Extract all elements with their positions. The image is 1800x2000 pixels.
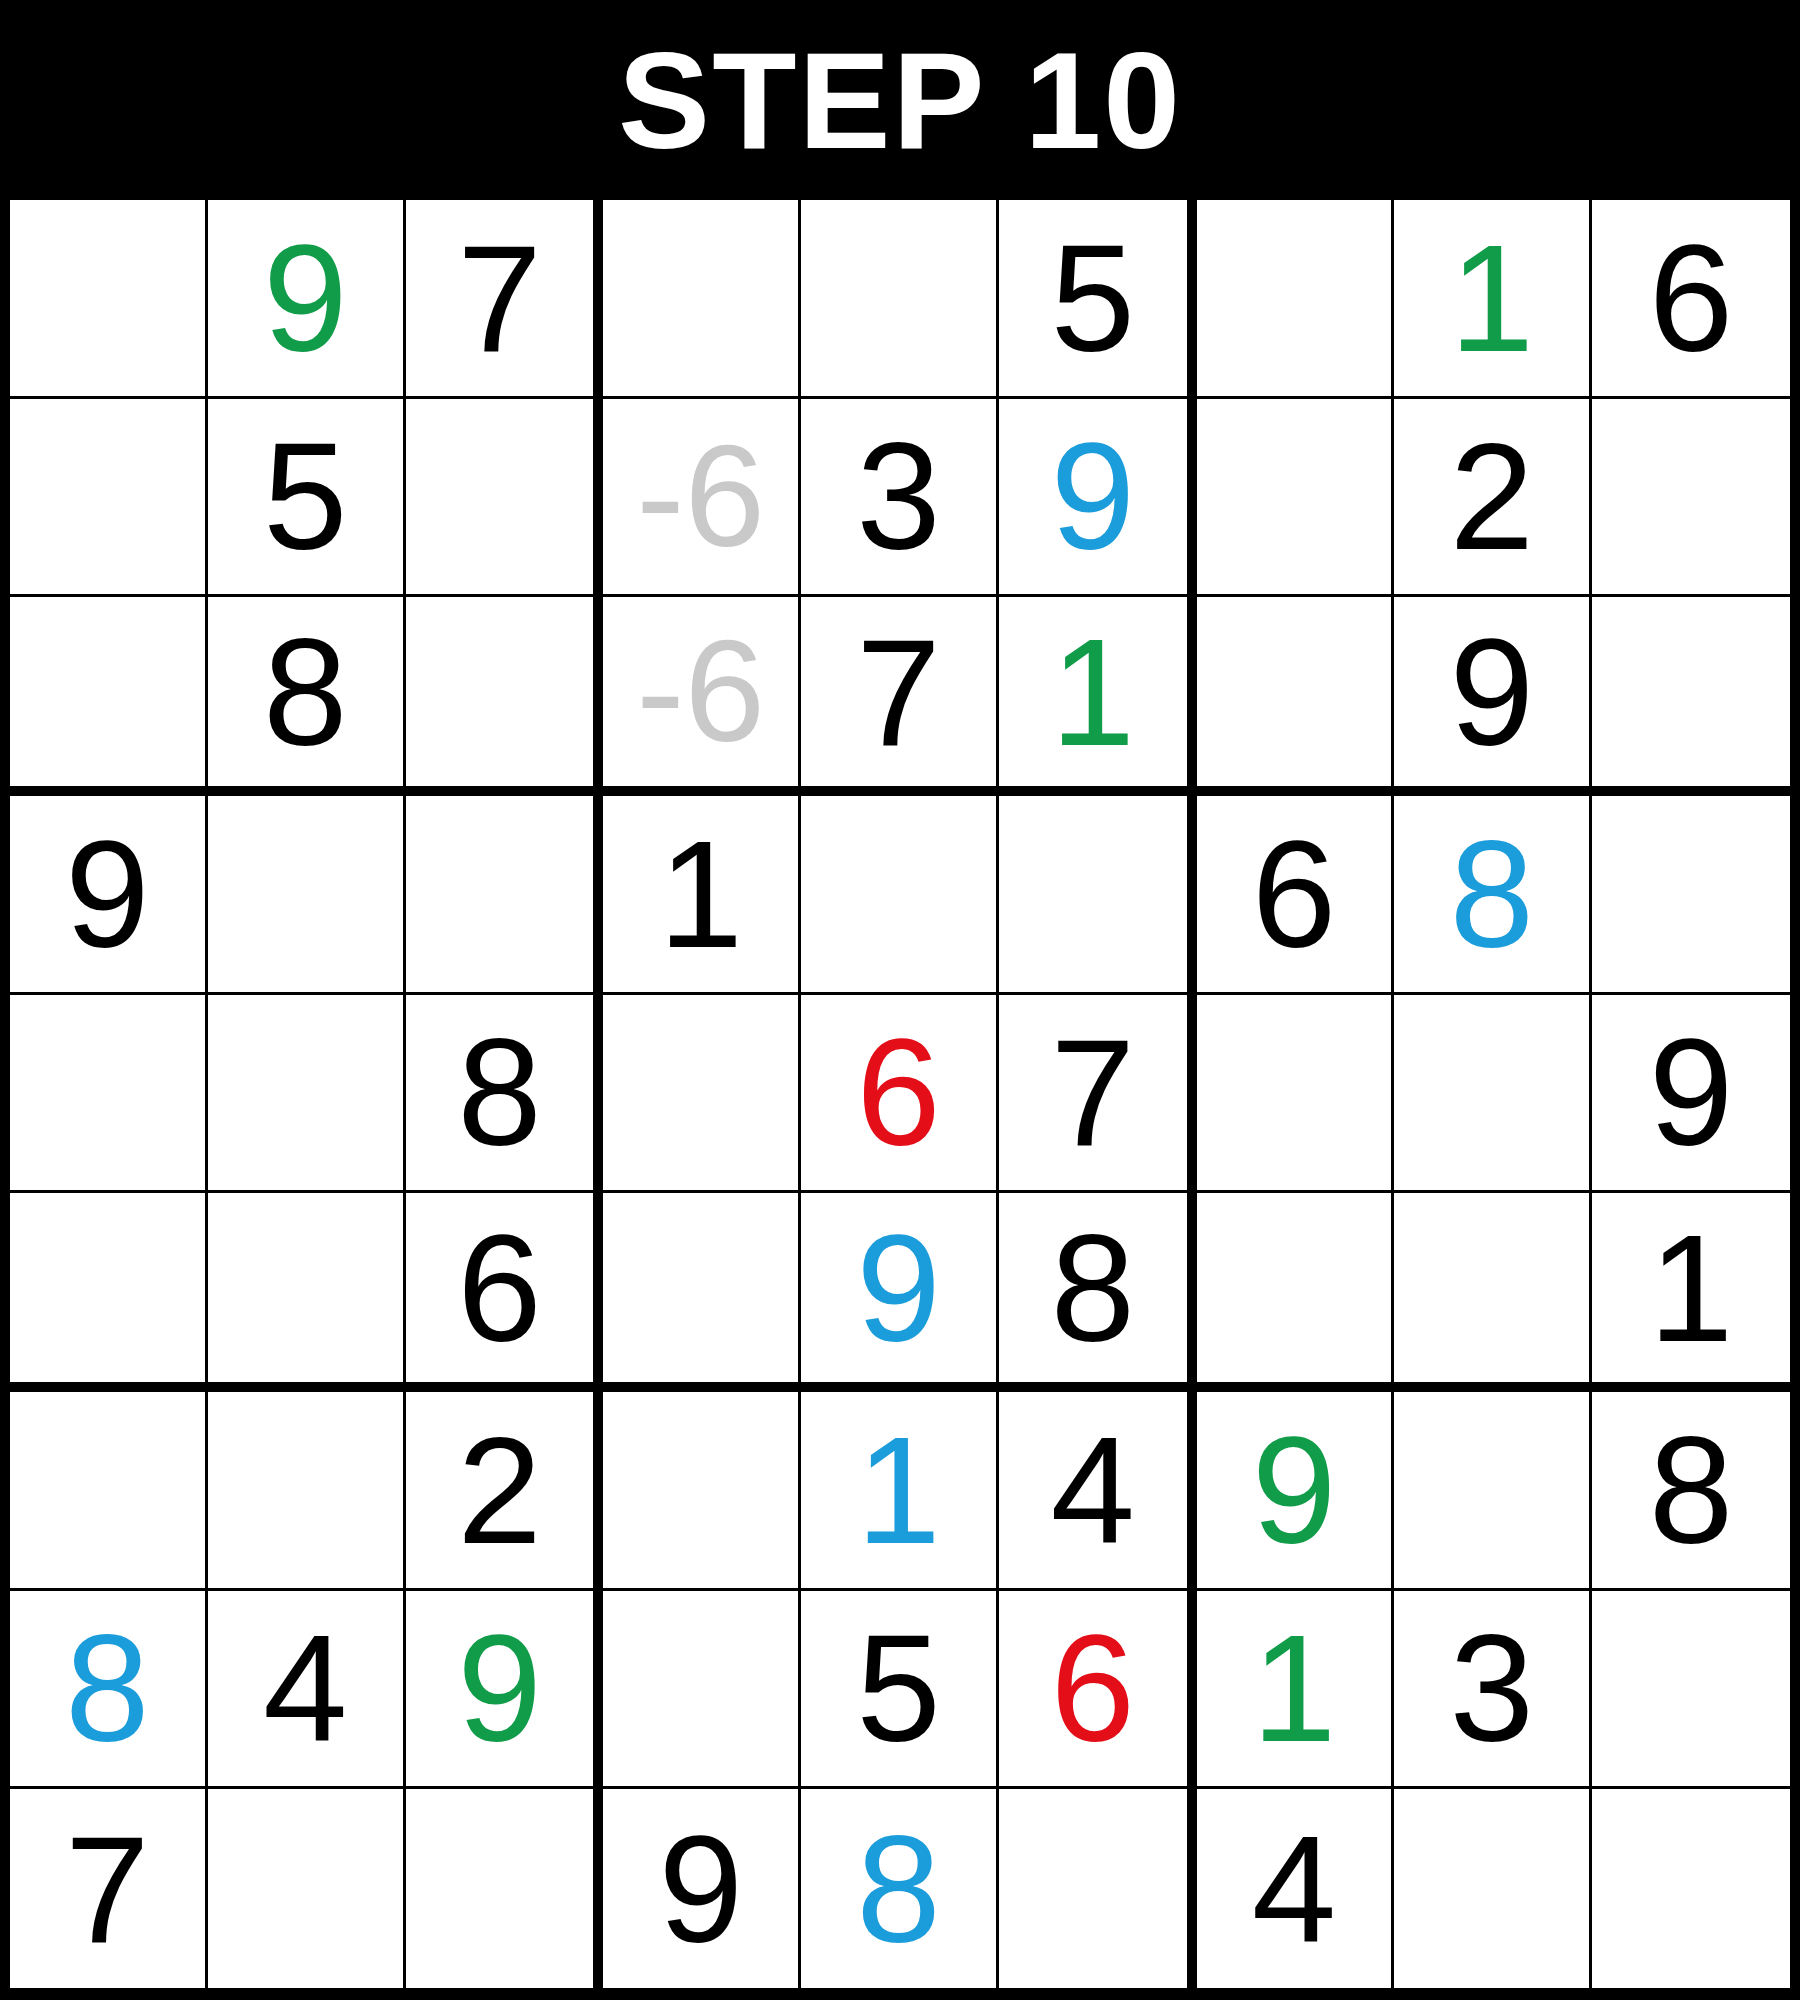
cell-r8c9[interactable] (1592, 1591, 1790, 1790)
board-frame: 975165-63928-671991688679698121498849561… (0, 200, 1800, 2000)
cell-r9c1[interactable]: 7 (10, 1789, 208, 1988)
digit: 4 (263, 1612, 348, 1764)
digit: 2 (457, 1414, 542, 1566)
digit: 7 (856, 616, 941, 768)
digit: 1 (1450, 222, 1535, 374)
cell-r5c4[interactable] (603, 995, 801, 1194)
digit: 9 (658, 1813, 743, 1965)
cell-r5c2[interactable] (208, 995, 406, 1194)
cell-r6c3[interactable]: 6 (406, 1193, 604, 1392)
cell-r3c5[interactable]: 7 (801, 597, 999, 796)
cell-r7c4[interactable] (603, 1392, 801, 1591)
cell-r1c9[interactable]: 6 (1592, 200, 1790, 399)
cell-r3c8[interactable]: 9 (1394, 597, 1592, 796)
digit: 8 (856, 1813, 941, 1965)
title-bar: STEP 10 (0, 0, 1800, 200)
digit: 8 (1450, 818, 1535, 970)
cell-r4c2[interactable] (208, 796, 406, 995)
digit: 1 (1252, 1612, 1337, 1764)
cell-r6c8[interactable] (1394, 1193, 1592, 1392)
digit: 3 (1450, 1612, 1535, 1764)
digit: 9 (1450, 616, 1535, 768)
cell-r4c3[interactable] (406, 796, 604, 995)
cell-r3c4[interactable]: -6 (603, 597, 801, 796)
cell-r4c1[interactable]: 9 (10, 796, 208, 995)
cell-r6c7[interactable] (1197, 1193, 1395, 1392)
cell-r6c9[interactable]: 1 (1592, 1193, 1790, 1392)
cell-r2c1[interactable] (10, 399, 208, 598)
cell-r2c3[interactable] (406, 399, 604, 598)
cell-r4c9[interactable] (1592, 796, 1790, 995)
digit: 6 (856, 1016, 941, 1168)
cell-r4c6[interactable] (999, 796, 1197, 995)
digit: 1 (1649, 1212, 1734, 1364)
cell-r9c4[interactable]: 9 (603, 1789, 801, 1988)
digit: 6 (1050, 1612, 1135, 1764)
cell-r6c1[interactable] (10, 1193, 208, 1392)
cell-r7c3[interactable]: 2 (406, 1392, 604, 1591)
digit: 3 (856, 420, 941, 572)
cell-r9c7[interactable]: 4 (1197, 1789, 1395, 1988)
digit: 6 (1252, 818, 1337, 970)
cell-r3c9[interactable] (1592, 597, 1790, 796)
cell-r8c8[interactable]: 3 (1394, 1591, 1592, 1790)
digit: 8 (65, 1612, 150, 1764)
cell-r8c5[interactable]: 5 (801, 1591, 999, 1790)
digit: 1 (658, 818, 743, 970)
digit: 8 (263, 616, 348, 768)
digit: 5 (1050, 222, 1135, 374)
cell-r3c6[interactable]: 1 (999, 597, 1197, 796)
cell-r7c2[interactable] (208, 1392, 406, 1591)
digit: 9 (1649, 1016, 1734, 1168)
cell-r4c7[interactable]: 6 (1197, 796, 1395, 995)
digit: 1 (856, 1414, 941, 1566)
cell-r3c3[interactable] (406, 597, 604, 796)
cell-r9c6[interactable] (999, 1789, 1197, 1988)
cell-r7c1[interactable] (10, 1392, 208, 1591)
cell-r7c9[interactable]: 8 (1592, 1392, 1790, 1591)
cell-r1c6[interactable]: 5 (999, 200, 1197, 399)
cell-r3c1[interactable] (10, 597, 208, 796)
cell-r8c4[interactable] (603, 1591, 801, 1790)
cell-r6c6[interactable]: 8 (999, 1193, 1197, 1392)
cell-r2c5[interactable]: 3 (801, 399, 999, 598)
digit: 9 (856, 1212, 941, 1364)
digit: 9 (65, 818, 150, 970)
cell-r5c8[interactable] (1394, 995, 1592, 1194)
cell-r8c6[interactable]: 6 (999, 1591, 1197, 1790)
digit: 8 (1649, 1414, 1734, 1566)
cell-r6c2[interactable] (208, 1193, 406, 1392)
sudoku-grid: 975165-63928-671991688679698121498849561… (10, 200, 1790, 1988)
cell-r9c9[interactable] (1592, 1789, 1790, 1988)
digit: 8 (1050, 1212, 1135, 1364)
digit: 4 (1050, 1414, 1135, 1566)
digit: 7 (1050, 1016, 1135, 1168)
digit: 7 (65, 1813, 150, 1965)
cell-r2c7[interactable] (1197, 399, 1395, 598)
cell-r5c6[interactable]: 7 (999, 995, 1197, 1194)
pencil-mark: -6 (636, 619, 765, 764)
digit: 9 (1050, 420, 1135, 572)
cell-r2c8[interactable]: 2 (1394, 399, 1592, 598)
digit: 8 (457, 1016, 542, 1168)
cell-r8c2[interactable]: 4 (208, 1591, 406, 1790)
digit: 9 (1252, 1414, 1337, 1566)
cell-r5c9[interactable]: 9 (1592, 995, 1790, 1194)
cell-r9c5[interactable]: 8 (801, 1789, 999, 1988)
digit: 6 (1649, 222, 1734, 374)
cell-r3c7[interactable] (1197, 597, 1395, 796)
cell-r8c1[interactable]: 8 (10, 1591, 208, 1790)
cell-r5c7[interactable] (1197, 995, 1395, 1194)
cell-r8c7[interactable]: 1 (1197, 1591, 1395, 1790)
cell-r9c3[interactable] (406, 1789, 604, 1988)
cell-r1c3[interactable]: 7 (406, 200, 604, 399)
cell-r7c5[interactable]: 1 (801, 1392, 999, 1591)
digit: 5 (263, 420, 348, 572)
cell-r2c2[interactable]: 5 (208, 399, 406, 598)
cell-r1c4[interactable] (603, 200, 801, 399)
cell-r2c6[interactable]: 9 (999, 399, 1197, 598)
cell-r4c4[interactable]: 1 (603, 796, 801, 995)
cell-r1c5[interactable] (801, 200, 999, 399)
cell-r5c3[interactable]: 8 (406, 995, 604, 1194)
digit: 2 (1450, 420, 1535, 572)
digit: 5 (856, 1612, 941, 1764)
cell-r5c5[interactable]: 6 (801, 995, 999, 1194)
cell-r2c9[interactable] (1592, 399, 1790, 598)
pencil-mark: -6 (636, 424, 765, 569)
digit: 1 (1050, 616, 1135, 768)
cell-r1c2[interactable]: 9 (208, 200, 406, 399)
digit: 6 (457, 1212, 542, 1364)
digit: 7 (457, 222, 542, 374)
cell-r7c8[interactable] (1394, 1392, 1592, 1591)
digit: 4 (1252, 1813, 1337, 1965)
cell-r9c8[interactable] (1394, 1789, 1592, 1988)
cell-r7c6[interactable]: 4 (999, 1392, 1197, 1591)
cell-r3c2[interactable]: 8 (208, 597, 406, 796)
cell-r1c7[interactable] (1197, 200, 1395, 399)
cell-r8c3[interactable]: 9 (406, 1591, 604, 1790)
cell-r1c8[interactable]: 1 (1394, 200, 1592, 399)
cell-r1c1[interactable] (10, 200, 208, 399)
cell-r2c4[interactable]: -6 (603, 399, 801, 598)
cell-r6c5[interactable]: 9 (801, 1193, 999, 1392)
cell-r7c7[interactable]: 9 (1197, 1392, 1395, 1591)
digit: 9 (457, 1612, 542, 1764)
cell-r4c5[interactable] (801, 796, 999, 995)
cell-r4c8[interactable]: 8 (1394, 796, 1592, 995)
cell-r9c2[interactable] (208, 1789, 406, 1988)
digit: 9 (263, 222, 348, 374)
cell-r6c4[interactable] (603, 1193, 801, 1392)
page-title: STEP 10 (618, 31, 1182, 169)
cell-r5c1[interactable] (10, 995, 208, 1194)
